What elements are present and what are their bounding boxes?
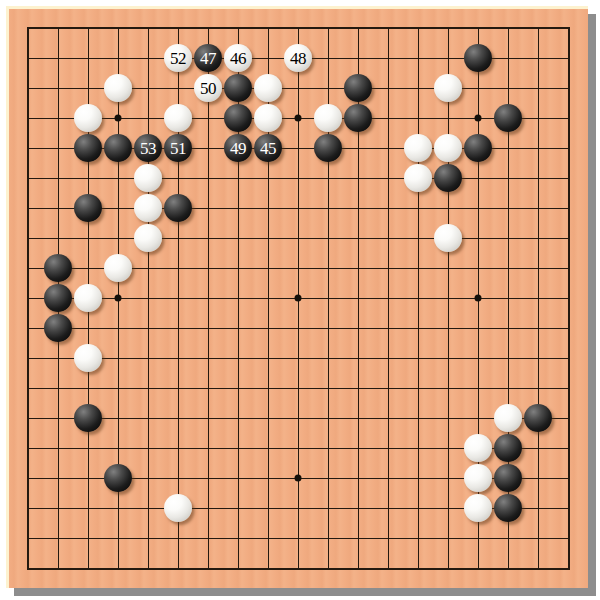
white-stone[interactable] <box>74 284 102 312</box>
black-stone[interactable] <box>224 74 252 102</box>
black-stone[interactable] <box>344 104 372 132</box>
move-number-label: 53 <box>140 140 156 157</box>
white-stone[interactable] <box>434 74 462 102</box>
black-stone[interactable]: 47 <box>194 44 222 72</box>
white-stone[interactable] <box>464 494 492 522</box>
white-stone[interactable] <box>464 434 492 462</box>
go-board[interactable]: 524746485053514945 <box>6 6 588 588</box>
white-stone[interactable] <box>434 134 462 162</box>
black-stone[interactable] <box>74 404 102 432</box>
black-stone[interactable]: 45 <box>254 134 282 162</box>
black-stone[interactable] <box>314 134 342 162</box>
black-stone[interactable] <box>44 314 72 342</box>
black-stone[interactable] <box>464 134 492 162</box>
white-stone[interactable] <box>314 104 342 132</box>
white-stone[interactable] <box>434 224 462 252</box>
black-stone[interactable]: 51 <box>164 134 192 162</box>
black-stone[interactable] <box>104 464 132 492</box>
white-stone[interactable]: 46 <box>224 44 252 72</box>
black-stone[interactable]: 49 <box>224 134 252 162</box>
white-stone[interactable] <box>134 224 162 252</box>
black-stone[interactable] <box>494 464 522 492</box>
black-stone[interactable] <box>494 494 522 522</box>
white-stone[interactable]: 52 <box>164 44 192 72</box>
white-stone[interactable] <box>134 194 162 222</box>
white-stone[interactable] <box>404 164 432 192</box>
white-stone[interactable] <box>104 254 132 282</box>
black-stone[interactable] <box>224 104 252 132</box>
black-stone[interactable] <box>464 44 492 72</box>
black-stone[interactable] <box>524 404 552 432</box>
move-number-label: 51 <box>170 140 186 157</box>
move-number-label: 47 <box>200 50 216 67</box>
white-stone[interactable] <box>164 104 192 132</box>
black-stone[interactable] <box>494 434 522 462</box>
black-stone[interactable] <box>164 194 192 222</box>
move-number-label: 48 <box>290 50 306 67</box>
black-stone[interactable] <box>74 194 102 222</box>
stones-layer: 524746485053514945 <box>13 13 583 583</box>
white-stone[interactable] <box>254 74 282 102</box>
move-number-label: 52 <box>170 50 186 67</box>
move-number-label: 46 <box>230 50 246 67</box>
white-stone[interactable] <box>134 164 162 192</box>
black-stone[interactable] <box>44 284 72 312</box>
black-stone[interactable] <box>74 134 102 162</box>
black-stone[interactable]: 53 <box>134 134 162 162</box>
move-number-label: 49 <box>230 140 246 157</box>
white-stone[interactable] <box>104 74 132 102</box>
white-stone[interactable] <box>74 344 102 372</box>
black-stone[interactable] <box>44 254 72 282</box>
black-stone[interactable] <box>434 164 462 192</box>
white-stone[interactable] <box>74 104 102 132</box>
black-stone[interactable] <box>494 104 522 132</box>
move-number-label: 45 <box>260 140 276 157</box>
white-stone[interactable] <box>254 104 282 132</box>
white-stone[interactable] <box>464 464 492 492</box>
move-number-label: 50 <box>200 80 216 97</box>
black-stone[interactable] <box>104 134 132 162</box>
white-stone[interactable]: 48 <box>284 44 312 72</box>
white-stone[interactable]: 50 <box>194 74 222 102</box>
white-stone[interactable] <box>164 494 192 522</box>
white-stone[interactable] <box>404 134 432 162</box>
white-stone[interactable] <box>494 404 522 432</box>
black-stone[interactable] <box>344 74 372 102</box>
